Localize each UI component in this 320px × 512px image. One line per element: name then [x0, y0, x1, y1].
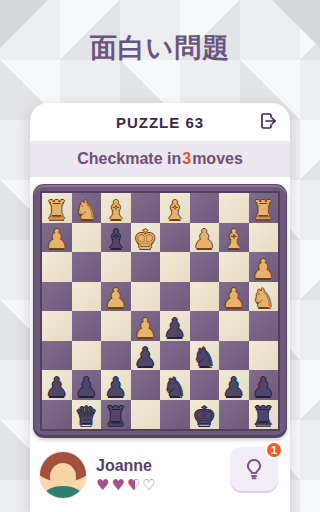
puzzle-number-title: PUZZLE 63 — [116, 114, 204, 131]
black-pawn: ♟ — [101, 372, 131, 402]
square-d2[interactable] — [131, 370, 161, 400]
objective-suffix: moves — [192, 150, 243, 168]
square-d3[interactable]: ♟ — [131, 341, 161, 371]
square-e1[interactable] — [160, 400, 190, 430]
square-c2[interactable]: ♟ — [101, 370, 131, 400]
top-banner: 面白い問題 — [0, 0, 320, 96]
black-pawn: ♟ — [219, 372, 249, 402]
square-g6[interactable] — [219, 252, 249, 282]
square-a3[interactable] — [42, 341, 72, 371]
square-f8[interactable] — [190, 193, 220, 223]
white-pawn: ♟ — [249, 254, 279, 284]
square-c6[interactable] — [101, 252, 131, 282]
square-b1[interactable]: ♛ — [72, 400, 102, 430]
square-h1[interactable]: ♜ — [249, 400, 279, 430]
hint-count-badge: 1 — [265, 441, 283, 459]
square-g2[interactable]: ♟ — [219, 370, 249, 400]
black-knight: ♞ — [190, 342, 220, 372]
player-bar: Joanne ♥♥♡♥♡ 1 — [30, 437, 290, 512]
black-pawn: ♟ — [249, 372, 279, 402]
square-e3[interactable] — [160, 341, 190, 371]
square-e8[interactable]: ♝ — [160, 193, 190, 223]
exit-button[interactable] — [254, 108, 282, 136]
board-area: ♜♞♝♝♜♟♝♚♟♝♟♟♟♞♟♟♟♞♟♟♟♞♟♟♛♜♚♜ — [30, 185, 290, 437]
white-rook: ♜ — [42, 195, 72, 225]
white-pawn: ♟ — [131, 313, 161, 343]
square-h7[interactable] — [249, 223, 279, 253]
white-bishop: ♝ — [160, 195, 190, 225]
square-e5[interactable] — [160, 282, 190, 312]
white-pawn: ♟ — [101, 283, 131, 313]
black-pawn: ♟ — [42, 372, 72, 402]
black-king: ♚ — [190, 401, 220, 431]
square-c5[interactable]: ♟ — [101, 282, 131, 312]
black-rook: ♜ — [101, 401, 131, 431]
heart-full: ♥ — [96, 477, 109, 493]
exit-icon — [258, 111, 278, 134]
moves-count: 3 — [182, 150, 191, 168]
square-c3[interactable] — [101, 341, 131, 371]
player-name: Joanne — [96, 457, 156, 475]
page-title: 面白い問題 — [90, 30, 231, 66]
white-pawn: ♟ — [219, 283, 249, 313]
heart-full: ♥ — [111, 477, 124, 493]
square-f6[interactable] — [190, 252, 220, 282]
square-a2[interactable]: ♟ — [42, 370, 72, 400]
square-g3[interactable] — [219, 341, 249, 371]
square-h2[interactable]: ♟ — [249, 370, 279, 400]
square-d7[interactable]: ♚ — [131, 223, 161, 253]
lives-hearts: ♥♥♡♥♡ — [96, 477, 156, 493]
white-bishop: ♝ — [101, 195, 131, 225]
square-a8[interactable]: ♜ — [42, 193, 72, 223]
square-e7[interactable] — [160, 223, 190, 253]
black-queen: ♛ — [72, 401, 102, 431]
puzzle-card: PUZZLE 63 Checkmate in 3 moves ♜♞♝♝♜♟♝♚♟… — [30, 103, 290, 512]
square-f7[interactable]: ♟ — [190, 223, 220, 253]
square-f4[interactable] — [190, 311, 220, 341]
black-knight: ♞ — [160, 372, 190, 402]
black-pawn: ♟ — [72, 372, 102, 402]
square-f1[interactable]: ♚ — [190, 400, 220, 430]
black-rook: ♜ — [249, 401, 279, 431]
white-bishop: ♝ — [219, 224, 249, 254]
player-avatar — [40, 452, 86, 498]
lightbulb-icon — [242, 457, 266, 484]
square-b6[interactable] — [72, 252, 102, 282]
white-pawn: ♟ — [190, 224, 220, 254]
square-c4[interactable] — [101, 311, 131, 341]
puzzle-header: PUZZLE 63 — [30, 103, 290, 141]
square-a7[interactable]: ♟ — [42, 223, 72, 253]
square-h5[interactable]: ♞ — [249, 282, 279, 312]
chess-board[interactable]: ♜♞♝♝♜♟♝♚♟♝♟♟♟♞♟♟♟♞♟♟♟♞♟♟♛♜♚♜ — [42, 193, 278, 429]
square-c1[interactable]: ♜ — [101, 400, 131, 430]
square-g5[interactable]: ♟ — [219, 282, 249, 312]
square-d1[interactable] — [131, 400, 161, 430]
square-f5[interactable] — [190, 282, 220, 312]
heart-half: ♡♥ — [127, 477, 140, 493]
black-pawn: ♟ — [131, 342, 161, 372]
square-h6[interactable]: ♟ — [249, 252, 279, 282]
square-b2[interactable]: ♟ — [72, 370, 102, 400]
white-knight: ♞ — [249, 283, 279, 313]
hint-button[interactable]: 1 — [230, 447, 278, 493]
square-g4[interactable] — [219, 311, 249, 341]
square-a4[interactable] — [42, 311, 72, 341]
player-info: Joanne ♥♥♡♥♡ — [96, 457, 156, 493]
square-d8[interactable] — [131, 193, 161, 223]
square-e2[interactable]: ♞ — [160, 370, 190, 400]
square-c7[interactable]: ♝ — [101, 223, 131, 253]
square-a6[interactable] — [42, 252, 72, 282]
square-b3[interactable] — [72, 341, 102, 371]
white-pawn: ♟ — [42, 224, 72, 254]
square-b5[interactable] — [72, 282, 102, 312]
square-d5[interactable] — [131, 282, 161, 312]
square-b7[interactable] — [72, 223, 102, 253]
white-king: ♚ — [131, 224, 161, 254]
square-d4[interactable]: ♟ — [131, 311, 161, 341]
objective-prefix: Checkmate in — [77, 150, 181, 168]
square-b8[interactable]: ♞ — [72, 193, 102, 223]
square-c8[interactable]: ♝ — [101, 193, 131, 223]
square-g8[interactable] — [219, 193, 249, 223]
square-h4[interactable] — [249, 311, 279, 341]
board-frame: ♜♞♝♝♜♟♝♚♟♝♟♟♟♞♟♟♟♞♟♟♟♞♟♟♛♜♚♜ — [34, 185, 286, 437]
square-a1[interactable] — [42, 400, 72, 430]
square-h3[interactable] — [249, 341, 279, 371]
square-h8[interactable]: ♜ — [249, 193, 279, 223]
black-bishop: ♝ — [101, 224, 131, 254]
objective-bar: Checkmate in 3 moves — [30, 141, 290, 177]
square-a5[interactable] — [42, 282, 72, 312]
white-knight: ♞ — [72, 195, 102, 225]
square-g1[interactable] — [219, 400, 249, 430]
square-e4[interactable]: ♟ — [160, 311, 190, 341]
square-d6[interactable] — [131, 252, 161, 282]
heart-empty: ♡ — [142, 477, 155, 493]
square-b4[interactable] — [72, 311, 102, 341]
white-rook: ♜ — [249, 195, 279, 225]
black-pawn: ♟ — [160, 313, 190, 343]
square-f3[interactable]: ♞ — [190, 341, 220, 371]
square-f2[interactable] — [190, 370, 220, 400]
avatar-shirt — [43, 486, 83, 498]
square-g7[interactable]: ♝ — [219, 223, 249, 253]
square-e6[interactable] — [160, 252, 190, 282]
